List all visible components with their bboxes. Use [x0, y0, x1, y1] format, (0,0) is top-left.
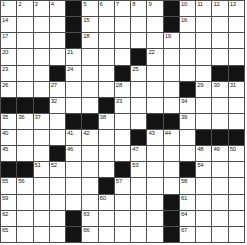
- cell-r7c9[interactable]: [131, 98, 146, 113]
- cell-r14c14[interactable]: [212, 211, 227, 226]
- cell-r13c9[interactable]: [131, 195, 146, 210]
- cell-r8c2[interactable]: 36: [17, 114, 32, 129]
- block-cell-r13c11: [164, 195, 179, 210]
- cell-r9c4[interactable]: [50, 130, 65, 145]
- cell-r4c13[interactable]: [196, 49, 211, 64]
- cell-r5c11[interactable]: [164, 66, 179, 81]
- clue-number-17: 17: [2, 33, 8, 40]
- clue-number-2: 2: [18, 1, 21, 8]
- clue-number-62: 62: [2, 211, 8, 218]
- cell-r3c14[interactable]: [212, 33, 227, 48]
- cell-r12c1[interactable]: 55: [1, 178, 16, 193]
- clue-number-48: 48: [197, 146, 203, 153]
- clue-number-9: 9: [148, 1, 151, 8]
- block-cell-r12c7: [99, 178, 114, 193]
- cell-r11c15[interactable]: [229, 162, 244, 177]
- block-cell-r14c5: [66, 211, 81, 226]
- cell-r13c8[interactable]: [115, 195, 130, 210]
- cell-r2c13[interactable]: [196, 17, 211, 32]
- cell-r9c11[interactable]: 44: [164, 130, 179, 145]
- cell-r12c14[interactable]: [212, 178, 227, 193]
- block-cell-r9c9: [131, 130, 146, 145]
- clue-number-65: 65: [2, 227, 8, 234]
- cell-r11c6[interactable]: [82, 162, 97, 177]
- cell-r7c5[interactable]: [66, 98, 81, 113]
- cell-r4c11[interactable]: [164, 49, 179, 64]
- cell-r8c13[interactable]: [196, 114, 211, 129]
- cell-r3c15[interactable]: [229, 33, 244, 48]
- clue-number-37: 37: [35, 114, 41, 121]
- cell-r6c8[interactable]: 28: [115, 82, 130, 97]
- clue-number-10: 10: [181, 1, 187, 8]
- cell-r1c1[interactable]: 1: [1, 1, 16, 16]
- cell-r3c12[interactable]: [180, 33, 195, 48]
- block-cell-r7c3: [34, 98, 49, 113]
- cell-r3c2[interactable]: [17, 33, 32, 48]
- clue-number-33: 33: [116, 98, 122, 105]
- cell-r7c6[interactable]: [82, 98, 97, 113]
- cell-r6c9[interactable]: [131, 82, 146, 97]
- cell-r2c6[interactable]: 15: [82, 17, 97, 32]
- cell-r11c9[interactable]: 53: [131, 162, 146, 177]
- cell-r4c6[interactable]: [82, 49, 97, 64]
- cell-r5c1[interactable]: 23: [1, 66, 16, 81]
- cell-r13c12[interactable]: 61: [180, 195, 195, 210]
- clue-number-20: 20: [2, 49, 8, 56]
- cell-r13c10[interactable]: [147, 195, 162, 210]
- cell-r15c6[interactable]: 66: [82, 227, 97, 242]
- cell-r5c2[interactable]: [17, 66, 32, 81]
- cell-r1c3[interactable]: 3: [34, 1, 49, 16]
- cell-r3c13[interactable]: [196, 33, 211, 48]
- cell-r14c13[interactable]: [196, 211, 211, 226]
- cell-r5c5[interactable]: 24: [66, 66, 81, 81]
- cell-r15c10[interactable]: [147, 227, 162, 242]
- clue-number-44: 44: [165, 130, 171, 137]
- clue-number-3: 3: [35, 1, 38, 8]
- cell-r9c7[interactable]: [99, 130, 114, 145]
- block-cell-r9c15: [229, 130, 244, 145]
- block-cell-r5c4: [50, 66, 65, 81]
- cell-r2c1[interactable]: 14: [1, 17, 16, 32]
- cell-r7c12[interactable]: 34: [180, 98, 195, 113]
- cell-r12c12[interactable]: 58: [180, 178, 195, 193]
- clue-number-28: 28: [116, 82, 122, 89]
- cell-r6c15[interactable]: 31: [229, 82, 244, 97]
- cell-r13c7[interactable]: 60: [99, 195, 114, 210]
- cell-r15c8[interactable]: [115, 227, 130, 242]
- cell-r5c13[interactable]: [196, 66, 211, 81]
- cell-r1c15[interactable]: 13: [229, 1, 244, 16]
- cell-r1c13[interactable]: 11: [196, 1, 211, 16]
- cell-r1c7[interactable]: 6: [99, 1, 114, 16]
- cell-r7c4[interactable]: 32: [50, 98, 65, 113]
- clue-number-50: 50: [230, 146, 236, 153]
- clue-number-52: 52: [51, 162, 57, 169]
- cell-r14c3[interactable]: [34, 211, 49, 226]
- cell-r8c3[interactable]: 37: [34, 114, 49, 129]
- block-cell-r1c5: [66, 1, 81, 16]
- block-cell-r11c8: [115, 162, 130, 177]
- cell-r9c10[interactable]: 43: [147, 130, 162, 145]
- clue-number-42: 42: [83, 130, 89, 137]
- block-cell-r7c1: [1, 98, 16, 113]
- cell-r9c3[interactable]: [34, 130, 49, 145]
- crossword-puzzle: 1234567891011121314151617181920212223242…: [0, 0, 247, 245]
- cell-r7c14[interactable]: [212, 98, 227, 113]
- cell-r6c14[interactable]: 30: [212, 82, 227, 97]
- clue-number-12: 12: [213, 1, 219, 8]
- cell-r8c15[interactable]: [229, 114, 244, 129]
- clue-number-34: 34: [181, 98, 187, 105]
- clue-number-49: 49: [213, 146, 219, 153]
- block-cell-r11c12: [180, 162, 195, 177]
- cell-r3c10[interactable]: [147, 33, 162, 48]
- cell-r7c13[interactable]: [196, 98, 211, 113]
- clue-number-8: 8: [132, 1, 135, 8]
- clue-number-39: 39: [181, 114, 187, 121]
- clue-number-27: 27: [51, 82, 57, 89]
- cell-r15c7[interactable]: [99, 227, 114, 242]
- cell-r2c2[interactable]: [17, 17, 32, 32]
- cell-r4c10[interactable]: 22: [147, 49, 162, 64]
- block-cell-r8c5: [66, 114, 81, 129]
- cell-r10c2[interactable]: [17, 146, 32, 161]
- cell-r4c2[interactable]: [17, 49, 32, 64]
- cell-r13c4[interactable]: [50, 195, 65, 210]
- cell-r2c8[interactable]: [115, 17, 130, 32]
- clue-number-67: 67: [181, 227, 187, 234]
- clue-number-41: 41: [67, 130, 73, 137]
- cell-r10c1[interactable]: 45: [1, 146, 16, 161]
- cell-r7c10[interactable]: [147, 98, 162, 113]
- cell-r6c2[interactable]: [17, 82, 32, 97]
- clue-number-11: 11: [197, 1, 203, 8]
- clue-number-19: 19: [165, 33, 171, 40]
- clue-number-35: 35: [2, 114, 8, 121]
- cell-r14c4[interactable]: [50, 211, 65, 226]
- clue-number-38: 38: [100, 114, 106, 121]
- clue-number-21: 21: [67, 49, 73, 56]
- clue-number-15: 15: [83, 17, 89, 24]
- cell-r15c1[interactable]: 65: [1, 227, 16, 242]
- clue-number-6: 6: [100, 1, 103, 8]
- cell-r12c10[interactable]: [147, 178, 162, 193]
- clue-number-23: 23: [2, 66, 8, 73]
- clue-number-25: 25: [132, 66, 138, 73]
- cell-r1c12[interactable]: 10: [180, 1, 195, 16]
- cell-r9c5[interactable]: 41: [66, 130, 81, 145]
- cell-r6c10[interactable]: [147, 82, 162, 97]
- cell-r13c6[interactable]: [82, 195, 97, 210]
- cell-r4c1[interactable]: 20: [1, 49, 16, 64]
- cell-r3c4[interactable]: [50, 33, 65, 48]
- cell-r10c9[interactable]: 47: [131, 146, 146, 161]
- cell-r8c12[interactable]: 39: [180, 114, 195, 129]
- cell-r11c4[interactable]: 52: [50, 162, 65, 177]
- cell-r2c15[interactable]: [229, 17, 244, 32]
- cell-r11c3[interactable]: 51: [34, 162, 49, 177]
- cell-r10c10[interactable]: [147, 146, 162, 161]
- cell-r4c4[interactable]: [50, 49, 65, 64]
- cell-r14c10[interactable]: [147, 211, 162, 226]
- cell-r8c14[interactable]: [212, 114, 227, 129]
- clue-number-55: 55: [2, 178, 8, 185]
- block-cell-r7c7: [99, 98, 114, 113]
- cell-r8c9[interactable]: [131, 114, 146, 129]
- cell-r3c9[interactable]: [131, 33, 146, 48]
- cell-r12c9[interactable]: [131, 178, 146, 193]
- cell-r13c1[interactable]: 59: [1, 195, 16, 210]
- cell-r7c15[interactable]: [229, 98, 244, 113]
- cell-r13c13[interactable]: [196, 195, 211, 210]
- cell-r10c14[interactable]: 49: [212, 146, 227, 161]
- clue-number-53: 53: [132, 162, 138, 169]
- cell-r4c14[interactable]: [212, 49, 227, 64]
- clue-number-14: 14: [2, 17, 8, 24]
- crossword-grid: 1234567891011121314151617181920212223242…: [0, 0, 245, 243]
- cell-r2c4[interactable]: [50, 17, 65, 32]
- cell-r15c14[interactable]: [212, 227, 227, 242]
- cell-r12c3[interactable]: [34, 178, 49, 193]
- cell-r8c7[interactable]: 38: [99, 114, 114, 129]
- clue-number-64: 64: [181, 211, 187, 218]
- block-cell-r8c11: [164, 114, 179, 129]
- clue-number-58: 58: [181, 178, 187, 185]
- cell-r15c15[interactable]: [229, 227, 244, 242]
- block-cell-r8c10: [147, 114, 162, 129]
- clue-number-43: 43: [148, 130, 154, 137]
- cell-r10c11[interactable]: [164, 146, 179, 161]
- block-cell-r1c11: [164, 1, 179, 16]
- cell-r9c8[interactable]: [115, 130, 130, 145]
- cell-r1c6[interactable]: 5: [82, 1, 97, 16]
- cell-r2c3[interactable]: [34, 17, 49, 32]
- block-cell-r2c11: [164, 17, 179, 32]
- cell-r6c3[interactable]: [34, 82, 49, 97]
- cell-r11c5[interactable]: [66, 162, 81, 177]
- cell-r5c6[interactable]: [82, 66, 97, 81]
- cell-r10c3[interactable]: [34, 146, 49, 161]
- cell-r6c4[interactable]: 27: [50, 82, 65, 97]
- block-cell-r2c5: [66, 17, 81, 32]
- clue-number-40: 40: [2, 130, 8, 137]
- cell-r6c7[interactable]: [99, 82, 114, 97]
- block-cell-r15c5: [66, 227, 81, 242]
- cell-r7c8[interactable]: 33: [115, 98, 130, 113]
- clue-number-13: 13: [230, 1, 236, 8]
- cell-r14c2[interactable]: [17, 211, 32, 226]
- cell-r14c7[interactable]: [99, 211, 114, 226]
- cell-r11c13[interactable]: 54: [196, 162, 211, 177]
- cell-r3c8[interactable]: [115, 33, 130, 48]
- clue-number-63: 63: [83, 211, 89, 218]
- cell-r1c4[interactable]: 4: [50, 1, 65, 16]
- clue-number-32: 32: [51, 98, 57, 105]
- cell-r4c15[interactable]: [229, 49, 244, 64]
- block-cell-r5c15: [229, 66, 244, 81]
- cell-r4c3[interactable]: [34, 49, 49, 64]
- cell-r3c11[interactable]: 19: [164, 33, 179, 48]
- clue-number-30: 30: [213, 82, 219, 89]
- clue-number-16: 16: [181, 17, 187, 24]
- block-cell-r11c1: [1, 162, 16, 177]
- cell-r10c12[interactable]: [180, 146, 195, 161]
- cell-r14c8[interactable]: [115, 211, 130, 226]
- cell-r1c10[interactable]: 9: [147, 1, 162, 16]
- cell-r12c6[interactable]: [82, 178, 97, 193]
- block-cell-r8c6: [82, 114, 97, 129]
- clue-number-61: 61: [181, 195, 187, 202]
- cell-r3c7[interactable]: [99, 33, 114, 48]
- cell-r4c8[interactable]: [115, 49, 130, 64]
- cell-r2c10[interactable]: [147, 17, 162, 32]
- cell-r2c7[interactable]: [99, 17, 114, 32]
- clue-number-54: 54: [197, 162, 203, 169]
- cell-r7c11[interactable]: [164, 98, 179, 113]
- cell-r15c4[interactable]: [50, 227, 65, 242]
- cell-r8c8[interactable]: [115, 114, 130, 129]
- cell-r3c1[interactable]: 17: [1, 33, 16, 48]
- cell-r13c15[interactable]: [229, 195, 244, 210]
- cell-r8c4[interactable]: [50, 114, 65, 129]
- cell-r11c7[interactable]: [99, 162, 114, 177]
- cell-r10c7[interactable]: [99, 146, 114, 161]
- cell-r8c1[interactable]: 35: [1, 114, 16, 129]
- cell-r13c2[interactable]: [17, 195, 32, 210]
- block-cell-r11c2: [17, 162, 32, 177]
- clue-number-26: 26: [2, 82, 8, 89]
- cell-r14c15[interactable]: [229, 211, 244, 226]
- clue-number-5: 5: [83, 1, 86, 8]
- cell-r10c15[interactable]: 50: [229, 146, 244, 161]
- cell-r12c5[interactable]: [66, 178, 81, 193]
- clue-number-66: 66: [83, 227, 89, 234]
- cell-r14c1[interactable]: 62: [1, 211, 16, 226]
- clue-number-56: 56: [18, 178, 24, 185]
- cell-r11c14[interactable]: [212, 162, 227, 177]
- block-cell-r9c13: [196, 130, 211, 145]
- block-cell-r5c8: [115, 66, 130, 81]
- cell-r11c10[interactable]: [147, 162, 162, 177]
- block-cell-r4c9: [131, 49, 146, 64]
- clue-number-59: 59: [2, 195, 8, 202]
- clue-number-4: 4: [51, 1, 54, 8]
- clue-number-29: 29: [197, 82, 203, 89]
- cell-r9c12[interactable]: [180, 130, 195, 145]
- cell-r3c3[interactable]: [34, 33, 49, 48]
- cell-r1c14[interactable]: 12: [212, 1, 227, 16]
- cell-r12c4[interactable]: [50, 178, 65, 193]
- block-cell-r15c11: [164, 227, 179, 242]
- cell-r1c9[interactable]: 8: [131, 1, 146, 16]
- cell-r6c1[interactable]: 26: [1, 82, 16, 97]
- cell-r15c13[interactable]: [196, 227, 211, 242]
- cell-r10c6[interactable]: [82, 146, 97, 161]
- cell-r11c11[interactable]: [164, 162, 179, 177]
- cell-r5c12[interactable]: [180, 66, 195, 81]
- cell-r15c9[interactable]: [131, 227, 146, 242]
- block-cell-r3c5: [66, 33, 81, 48]
- cell-r6c5[interactable]: [66, 82, 81, 97]
- cell-r1c8[interactable]: 7: [115, 1, 130, 16]
- cell-r2c12[interactable]: 16: [180, 17, 195, 32]
- cell-r12c13[interactable]: [196, 178, 211, 193]
- clue-number-7: 7: [116, 1, 119, 8]
- cell-r14c6[interactable]: 63: [82, 211, 97, 226]
- block-cell-r9c14: [212, 130, 227, 145]
- cell-r13c3[interactable]: [34, 195, 49, 210]
- cell-r6c11[interactable]: [164, 82, 179, 97]
- clue-number-36: 36: [18, 114, 24, 121]
- cell-r12c2[interactable]: 56: [17, 178, 32, 193]
- cell-r12c8[interactable]: 57: [115, 178, 130, 193]
- cell-r15c3[interactable]: [34, 227, 49, 242]
- cell-r4c7[interactable]: [99, 49, 114, 64]
- cell-r1c2[interactable]: 2: [17, 1, 32, 16]
- cell-r2c9[interactable]: [131, 17, 146, 32]
- cell-r3c6[interactable]: 18: [82, 33, 97, 48]
- cell-r9c6[interactable]: 42: [82, 130, 97, 145]
- clue-number-51: 51: [35, 162, 41, 169]
- cell-r14c9[interactable]: [131, 211, 146, 226]
- cell-r5c7[interactable]: [99, 66, 114, 81]
- clue-number-31: 31: [230, 82, 236, 89]
- cell-r13c14[interactable]: [212, 195, 227, 210]
- cell-r13c5[interactable]: [66, 195, 81, 210]
- cell-r6c13[interactable]: 29: [196, 82, 211, 97]
- cell-r12c11[interactable]: [164, 178, 179, 193]
- clue-number-22: 22: [148, 49, 154, 56]
- block-cell-r7c2: [17, 98, 32, 113]
- cell-r5c3[interactable]: [34, 66, 49, 81]
- cell-r9c2[interactable]: [17, 130, 32, 145]
- cell-r4c5[interactable]: 21: [66, 49, 81, 64]
- clue-number-45: 45: [2, 146, 8, 153]
- clue-number-24: 24: [67, 66, 73, 73]
- cell-r9c1[interactable]: 40: [1, 130, 16, 145]
- clue-number-1: 1: [2, 1, 5, 8]
- clue-number-46: 46: [67, 146, 73, 153]
- cell-r15c12[interactable]: 67: [180, 227, 195, 242]
- block-cell-r14c11: [164, 211, 179, 226]
- cell-r14c12[interactable]: 64: [180, 211, 195, 226]
- cell-r6c6[interactable]: [82, 82, 97, 97]
- clue-number-60: 60: [100, 195, 106, 202]
- cell-r4c12[interactable]: [180, 49, 195, 64]
- block-cell-r6c12: [180, 82, 195, 97]
- block-cell-r10c4: [50, 146, 65, 161]
- cell-r12c15[interactable]: [229, 178, 244, 193]
- cell-r15c2[interactable]: [17, 227, 32, 242]
- cell-r5c10[interactable]: [147, 66, 162, 81]
- cell-r10c5[interactable]: 46: [66, 146, 81, 161]
- clue-number-47: 47: [132, 146, 138, 153]
- cell-r5c9[interactable]: 25: [131, 66, 146, 81]
- cell-r2c14[interactable]: [212, 17, 227, 32]
- block-cell-r5c14: [212, 66, 227, 81]
- cell-r10c13[interactable]: 48: [196, 146, 211, 161]
- cell-r10c8[interactable]: [115, 146, 130, 161]
- clue-number-18: 18: [83, 33, 89, 40]
- clue-number-57: 57: [116, 178, 122, 185]
